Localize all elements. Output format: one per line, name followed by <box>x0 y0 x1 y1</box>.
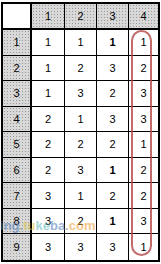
cell-r5-c4: 1 <box>129 132 158 158</box>
cell-r9-c3: 3 <box>97 234 129 260</box>
cell-r8-c3: 1 <box>97 209 129 235</box>
cell-r1-c3: 1 <box>97 30 129 56</box>
cell-r3-c2: 3 <box>65 81 97 107</box>
cell-r4-c2: 1 <box>65 107 97 133</box>
cell-r6-c3: 1 <box>97 158 129 184</box>
cell-r7-c4: 2 <box>129 183 158 209</box>
cell-r5-c3: 2 <box>97 132 129 158</box>
col-header-1: 1 <box>32 4 65 30</box>
cell-r7-c1: 3 <box>32 183 65 209</box>
row-header-6: 6 <box>3 158 32 184</box>
cell-r6-c4: 2 <box>129 158 158 184</box>
cell-r6-c2: 3 <box>65 158 97 184</box>
row-header-7: 7 <box>3 183 32 209</box>
cell-r4-c4: 3 <box>129 107 158 133</box>
cell-r7-c2: 1 <box>65 183 97 209</box>
cell-r9-c1: 3 <box>32 234 65 260</box>
row-header-5: 5 <box>3 132 32 158</box>
cell-r1-c2: 1 <box>65 30 97 56</box>
row-header-4: 4 <box>3 107 32 133</box>
cell-r4-c3: 3 <box>97 107 129 133</box>
cell-r3-c4: 3 <box>129 81 158 107</box>
cell-r3-c3: 2 <box>97 81 129 107</box>
row-header-9: 9 <box>3 234 32 260</box>
cell-r8-c4: 3 <box>129 209 158 235</box>
l9-orthogonal-array-table: 1234111112123231323421335222162312731228… <box>1 2 160 262</box>
cell-r2-c3: 3 <box>97 56 129 82</box>
cell-r2-c4: 2 <box>129 56 158 82</box>
row-header-2: 2 <box>3 56 32 82</box>
corner-cell <box>3 4 32 30</box>
cell-r1-c4: 1 <box>129 30 158 56</box>
row-header-8: 8 <box>3 209 32 235</box>
cell-r6-c1: 2 <box>32 158 65 184</box>
cell-r3-c1: 1 <box>32 81 65 107</box>
cell-r1-c1: 1 <box>32 30 65 56</box>
cell-r9-c4: 1 <box>129 234 158 260</box>
cell-r8-c2: 2 <box>65 209 97 235</box>
row-header-3: 3 <box>3 81 32 107</box>
cell-r9-c2: 3 <box>65 234 97 260</box>
cell-r5-c1: 2 <box>32 132 65 158</box>
cell-r8-c1: 3 <box>32 209 65 235</box>
cell-r7-c3: 2 <box>97 183 129 209</box>
col-header-3: 3 <box>97 4 129 30</box>
cell-r2-c1: 1 <box>32 56 65 82</box>
col-header-2: 2 <box>65 4 97 30</box>
cell-r5-c2: 2 <box>65 132 97 158</box>
cell-r2-c2: 2 <box>65 56 97 82</box>
cell-r4-c1: 2 <box>32 107 65 133</box>
row-header-1: 1 <box>3 30 32 56</box>
col-header-4: 4 <box>129 4 158 30</box>
